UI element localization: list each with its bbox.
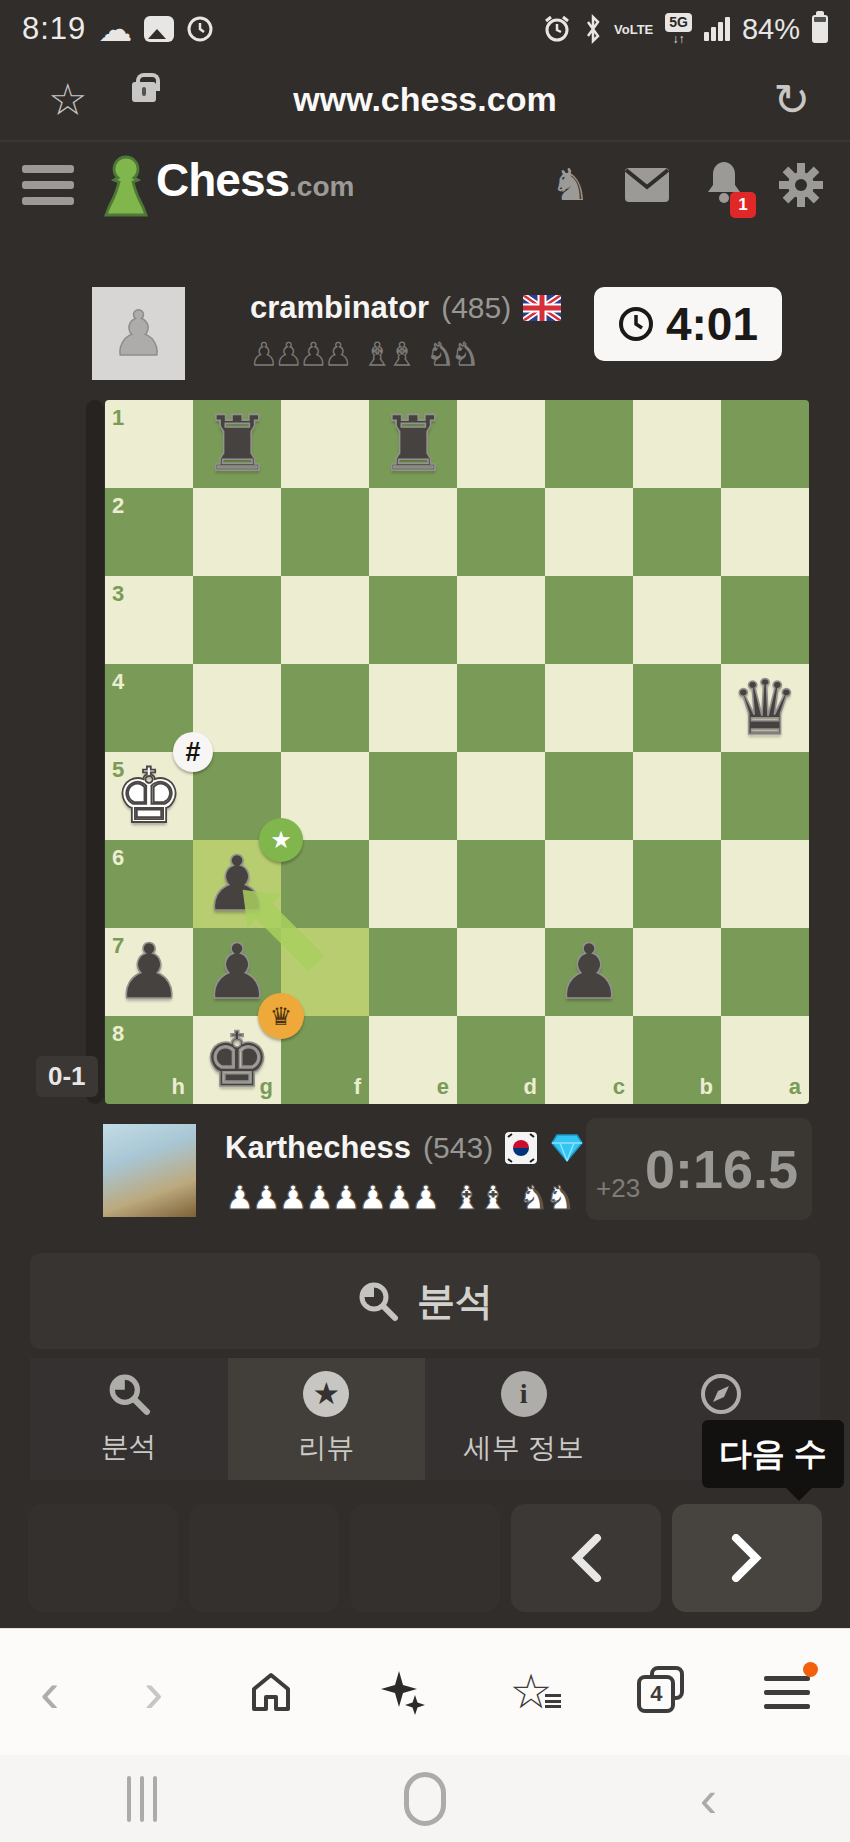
bottom-player-rating: (543) bbox=[423, 1131, 493, 1165]
battery-icon bbox=[812, 15, 828, 43]
square-a4[interactable]: ♛ bbox=[721, 664, 809, 752]
captured-piece-group: ♞♞ bbox=[427, 336, 477, 373]
lock-icon[interactable] bbox=[132, 82, 156, 102]
tab-analysis[interactable]: 분석 bbox=[30, 1358, 228, 1480]
tabs-icon[interactable]: 4 bbox=[637, 1671, 679, 1713]
alarm-icon bbox=[542, 14, 572, 44]
top-captured-pieces: ♟♟♟♟♝♝♞♞ bbox=[250, 336, 476, 373]
magnifier-icon bbox=[107, 1372, 151, 1416]
game-result: 0-1 bbox=[36, 1056, 98, 1097]
square-f4[interactable] bbox=[281, 664, 369, 752]
bottom-player-clock: +23 0:16.5 bbox=[586, 1118, 812, 1220]
site-logo[interactable]: Chess.com bbox=[100, 153, 354, 217]
square-g3[interactable] bbox=[193, 576, 281, 664]
square-b8[interactable]: b bbox=[633, 1016, 721, 1104]
hamburger-icon[interactable] bbox=[22, 165, 74, 205]
move-button-3[interactable] bbox=[350, 1504, 500, 1612]
clock-icon bbox=[186, 15, 214, 43]
square-c3[interactable] bbox=[545, 576, 633, 664]
square-c7[interactable]: ♟ bbox=[545, 928, 633, 1016]
square-c6[interactable] bbox=[545, 840, 633, 928]
crown-badge: ♛ bbox=[258, 993, 304, 1039]
top-player-info[interactable]: crambinator (485) bbox=[250, 290, 561, 326]
rank-label: 8 bbox=[112, 1021, 124, 1047]
avatar-bottom-player[interactable] bbox=[103, 1124, 196, 1217]
square-h8[interactable]: 8h bbox=[105, 1016, 193, 1104]
knight-icon[interactable]: ♞ bbox=[551, 163, 590, 207]
square-h1[interactable]: 1 bbox=[105, 400, 193, 488]
analysis-button[interactable]: 분석 bbox=[30, 1253, 820, 1349]
refresh-icon[interactable]: ↻ bbox=[773, 74, 810, 125]
black-rook: ♜ bbox=[193, 400, 281, 488]
square-e5[interactable] bbox=[369, 752, 457, 840]
square-b2[interactable] bbox=[633, 488, 721, 576]
prev-move-button[interactable] bbox=[511, 1504, 661, 1612]
tab-review[interactable]: ★ 리뷰 bbox=[228, 1358, 426, 1480]
envelope-icon[interactable] bbox=[624, 167, 670, 203]
file-label: a bbox=[789, 1074, 801, 1100]
square-g2[interactable] bbox=[193, 488, 281, 576]
system-nav-bar: ‹ bbox=[0, 1755, 850, 1842]
square-d2[interactable] bbox=[457, 488, 545, 576]
square-e8[interactable]: e bbox=[369, 1016, 457, 1104]
logo-text: Chess bbox=[156, 153, 289, 207]
square-a3[interactable] bbox=[721, 576, 809, 664]
home-icon[interactable] bbox=[248, 1669, 294, 1715]
prev-chevron-icon bbox=[569, 1534, 603, 1582]
move-button-2[interactable] bbox=[189, 1504, 339, 1612]
site-header: Chess.com ♞ 1 bbox=[0, 140, 850, 228]
square-d1[interactable] bbox=[457, 400, 545, 488]
square-e2[interactable] bbox=[369, 488, 457, 576]
square-f3[interactable] bbox=[281, 576, 369, 664]
top-player-rating: (485) bbox=[441, 291, 511, 325]
square-d7[interactable] bbox=[457, 928, 545, 1016]
square-h3[interactable]: 3 bbox=[105, 576, 193, 664]
move-button-row bbox=[28, 1504, 822, 1612]
black-pawn: ♟ bbox=[545, 928, 633, 1016]
square-a7[interactable] bbox=[721, 928, 809, 1016]
square-a5[interactable] bbox=[721, 752, 809, 840]
url-bar[interactable]: ☆ www.chess.com ↻ bbox=[0, 58, 850, 140]
captured-piece-group: ♞♞ bbox=[519, 1178, 572, 1217]
file-label: e bbox=[437, 1074, 449, 1100]
gear-icon[interactable] bbox=[778, 162, 824, 208]
square-b3[interactable] bbox=[633, 576, 721, 664]
file-label: h bbox=[172, 1074, 185, 1100]
volte-icon: VoLTE bbox=[614, 23, 653, 36]
rank-label: 3 bbox=[112, 581, 124, 607]
status-time: 8:19 bbox=[22, 11, 86, 47]
file-label: d bbox=[524, 1074, 537, 1100]
square-b6[interactable] bbox=[633, 840, 721, 928]
square-b4[interactable] bbox=[633, 664, 721, 752]
square-f2[interactable] bbox=[281, 488, 369, 576]
square-e7[interactable] bbox=[369, 928, 457, 1016]
status-bar: 8:19 ☁ VoLTE 5G ↓↑ bbox=[0, 0, 850, 58]
signal-icon bbox=[704, 17, 730, 41]
square-d8[interactable]: d bbox=[457, 1016, 545, 1104]
black-pawn: ♟ bbox=[105, 928, 193, 1016]
kr-flag-icon bbox=[505, 1132, 537, 1164]
menu-icon[interactable] bbox=[764, 1676, 810, 1709]
square-c8[interactable]: c bbox=[545, 1016, 633, 1104]
black-queen: ♛ bbox=[721, 664, 809, 752]
rank-label: 6 bbox=[112, 845, 124, 871]
square-h6[interactable]: 6 bbox=[105, 840, 193, 928]
url-text[interactable]: www.chess.com bbox=[0, 80, 850, 119]
square-a2[interactable] bbox=[721, 488, 809, 576]
bottom-player-info[interactable]: Karthechess (543) bbox=[225, 1130, 583, 1166]
square-e6[interactable] bbox=[369, 840, 457, 928]
square-c5[interactable] bbox=[545, 752, 633, 840]
cloud-icon: ☁ bbox=[98, 12, 132, 46]
square-a6[interactable] bbox=[721, 840, 809, 928]
best-badge: ★ bbox=[259, 818, 303, 862]
square-a8[interactable]: a bbox=[721, 1016, 809, 1104]
square-c4[interactable] bbox=[545, 664, 633, 752]
avatar-top-player[interactable]: ♟ bbox=[92, 287, 185, 380]
captured-piece-group: ♟♟♟♟ bbox=[250, 336, 349, 373]
square-f1[interactable] bbox=[281, 400, 369, 488]
square-e3[interactable] bbox=[369, 576, 457, 664]
5g-icon: 5G ↓↑ bbox=[665, 13, 692, 45]
move-button-1[interactable] bbox=[28, 1504, 178, 1612]
next-move-button[interactable] bbox=[672, 1504, 822, 1612]
bookmark-star-icon[interactable]: ☆ bbox=[48, 74, 87, 125]
browser-bottom-bar: ‹ › ☆ 4 bbox=[0, 1628, 850, 1755]
pawn-logo-icon bbox=[100, 153, 152, 217]
rank-label: 2 bbox=[112, 493, 124, 519]
move-scrubber[interactable] bbox=[86, 400, 104, 1104]
battery-percent: 84% bbox=[742, 13, 800, 46]
next-move-tooltip: 다음 수 bbox=[702, 1420, 844, 1488]
browser-forward-icon[interactable]: › bbox=[144, 1663, 163, 1721]
checkmate-badge: # bbox=[173, 732, 213, 772]
square-d3[interactable] bbox=[457, 576, 545, 664]
bookmarks-icon[interactable]: ☆ bbox=[510, 1668, 553, 1716]
bottom-player-name[interactable]: Karthechess bbox=[225, 1130, 411, 1166]
square-h7[interactable]: 7♟ bbox=[105, 928, 193, 1016]
bottom-clock-time: 0:16.5 bbox=[645, 1138, 798, 1200]
tab-details[interactable]: i 세부 정보 bbox=[425, 1358, 623, 1480]
star-circle-icon: ★ bbox=[303, 1371, 349, 1417]
notification-badge: 1 bbox=[730, 192, 756, 218]
square-d6[interactable] bbox=[457, 840, 545, 928]
black-rook: ♜ bbox=[369, 400, 457, 488]
bell-icon[interactable]: 1 bbox=[704, 159, 744, 212]
file-label: c bbox=[613, 1074, 625, 1100]
system-home-icon[interactable] bbox=[404, 1772, 446, 1826]
file-label: f bbox=[354, 1074, 361, 1100]
menu-alert-dot bbox=[803, 1662, 818, 1677]
square-e1[interactable]: ♜ bbox=[369, 400, 457, 488]
square-d5[interactable] bbox=[457, 752, 545, 840]
captured-piece-group: ♟♟♟♟♟♟♟♟ bbox=[225, 1178, 438, 1217]
square-g1[interactable]: ♜ bbox=[193, 400, 281, 488]
square-h2[interactable]: 2 bbox=[105, 488, 193, 576]
square-a1[interactable] bbox=[721, 400, 809, 488]
bluetooth-icon bbox=[584, 14, 602, 44]
top-player-name[interactable]: crambinator bbox=[250, 290, 429, 326]
info-icon: i bbox=[501, 1371, 547, 1417]
square-b5[interactable] bbox=[633, 752, 721, 840]
compass-icon bbox=[699, 1372, 743, 1416]
magnifier-icon bbox=[357, 1280, 399, 1322]
square-e4[interactable] bbox=[369, 664, 457, 752]
chess-board[interactable]: 1♜♜234♛5♚6♟7♟♟♟8hg♚fedcba #★♛ bbox=[105, 400, 809, 1104]
square-b1[interactable] bbox=[633, 400, 721, 488]
square-b7[interactable] bbox=[633, 928, 721, 1016]
tab-count: 4 bbox=[637, 1675, 675, 1713]
file-label: b bbox=[700, 1074, 713, 1100]
gallery-icon bbox=[144, 16, 174, 42]
captured-piece-group: ♝♝ bbox=[452, 1178, 505, 1217]
rank-label: 1 bbox=[112, 405, 124, 431]
recents-icon[interactable] bbox=[127, 1776, 157, 1822]
analysis-button-label: 분석 bbox=[417, 1276, 493, 1327]
rank-label: 4 bbox=[112, 669, 124, 695]
top-player-clock: 4:01 bbox=[594, 287, 782, 361]
clock-face-icon bbox=[618, 306, 654, 342]
sparkles-icon[interactable] bbox=[379, 1669, 425, 1715]
diamond-premium-icon bbox=[551, 1134, 583, 1162]
top-clock-time: 4:01 bbox=[666, 297, 758, 351]
square-c2[interactable] bbox=[545, 488, 633, 576]
square-d4[interactable] bbox=[457, 664, 545, 752]
system-back-icon[interactable]: ‹ bbox=[700, 1769, 717, 1829]
page: 8:19 ☁ VoLTE 5G ↓↑ bbox=[0, 0, 850, 1842]
captured-piece-group: ♝♝ bbox=[363, 336, 413, 373]
uk-flag-icon bbox=[523, 295, 561, 321]
material-advantage: +23 bbox=[596, 1173, 640, 1204]
square-c1[interactable] bbox=[545, 400, 633, 488]
next-chevron-icon bbox=[730, 1534, 764, 1582]
browser-back-icon[interactable]: ‹ bbox=[40, 1663, 59, 1721]
